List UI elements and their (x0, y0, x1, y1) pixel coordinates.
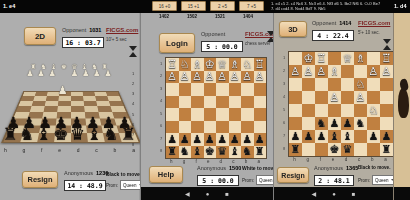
piece-black-rook[interactable]: ♜ (291, 144, 301, 155)
square-f3[interactable] (191, 83, 204, 96)
screen-new-game: Login Opponent 5 : 00.0 FICGS.com chess … (140, 13, 273, 200)
piece-white-pawn[interactable]: ♙ (317, 66, 327, 77)
square-d1[interactable]: ♕ (341, 52, 354, 65)
piece-white-rook[interactable]: ♖ (255, 59, 265, 70)
screen-next-partial (393, 13, 410, 200)
file-label: g (23, 147, 26, 153)
square-b1[interactable] (367, 52, 380, 65)
piece3d-white-pawn[interactable]: ♟ (104, 69, 112, 77)
player-label: Anonymous (197, 165, 226, 171)
promotion-value: Queen (259, 178, 273, 183)
piece-white-knight[interactable]: ♘ (356, 79, 366, 90)
square-c8[interactable] (354, 143, 367, 156)
view-2d-button[interactable]: 2D (24, 27, 56, 45)
piece-black-pawn[interactable]: ♟ (167, 134, 177, 145)
piece-black-bishop[interactable]: ♝ (192, 146, 202, 157)
square-g5[interactable] (302, 104, 315, 117)
piece-white-queen[interactable]: ♕ (343, 53, 353, 64)
square-a8[interactable]: ♜ (254, 146, 267, 159)
piece-black-pawn[interactable]: ♟ (217, 134, 227, 145)
square-g3[interactable] (179, 83, 192, 96)
piece-white-pawn[interactable]: ♙ (255, 71, 265, 82)
square-g2[interactable]: ♙ (302, 65, 315, 78)
view-2d-button-label: 2D (35, 32, 45, 41)
rank-label: 8 (283, 146, 285, 151)
piece-black-pawn[interactable]: ♟ (192, 134, 202, 145)
piece-white-knight[interactable]: ♘ (369, 105, 379, 116)
piece-black-pawn[interactable]: ♟ (330, 118, 340, 129)
piece3d-white-bishop[interactable]: ♝ (81, 63, 87, 70)
ficgs-link[interactable]: FICGS.com (106, 27, 138, 33)
rank-label: 1 (160, 61, 162, 66)
square-d3[interactable] (341, 78, 354, 91)
square-b1[interactable]: ♘ (241, 58, 254, 71)
file-label: c (95, 147, 98, 153)
square-b8[interactable]: ♞ (241, 146, 254, 159)
square-b8[interactable] (367, 143, 380, 156)
square3d-f8[interactable] (37, 133, 55, 142)
square-a5[interactable] (380, 104, 393, 117)
opponent-name-rating: Opponent1414 (312, 20, 351, 26)
square-h8[interactable]: ♜ (166, 146, 179, 159)
square-e3[interactable] (204, 83, 217, 96)
square-c8[interactable]: ♝ (229, 146, 242, 159)
square3d-e7[interactable] (55, 126, 71, 134)
square-a3[interactable] (254, 83, 267, 96)
next-panel-move-list: 1. d4 (394, 3, 407, 9)
square-h2[interactable]: ♙ (166, 71, 179, 84)
piece-black-king[interactable]: ♚ (330, 144, 340, 155)
nav-back-icon[interactable]: ◀ (312, 191, 317, 197)
square-a7[interactable]: ♟ (254, 133, 267, 146)
piece-white-bishop[interactable]: ♗ (192, 59, 202, 70)
piece-black-pawn[interactable]: ♟ (382, 131, 392, 142)
square-h1[interactable]: ♖ (166, 58, 179, 71)
tab-time-control-3[interactable]: 2 +5 (210, 1, 235, 11)
square-c6[interactable]: ♞ (354, 117, 367, 130)
piece-white-pawn[interactable]: ♙ (369, 66, 379, 77)
rank-label: 7 (132, 132, 134, 137)
piece3d-white-rook[interactable]: ♜ (30, 63, 36, 70)
square3d-e8[interactable] (54, 133, 71, 142)
piece-black-knight[interactable]: ♞ (356, 118, 366, 129)
square-e3[interactable] (328, 78, 341, 91)
square-f3[interactable] (315, 78, 328, 91)
square-h7[interactable]: ♟ (289, 130, 302, 143)
piece-black-pawn[interactable]: ♟ (205, 134, 215, 145)
piece-black-pawn[interactable]: ♟ (180, 134, 190, 145)
square-h2[interactable]: ♙ (289, 65, 302, 78)
piece-white-bishop[interactable]: ♗ (230, 59, 240, 70)
piece-white-rook[interactable]: ♖ (382, 53, 392, 64)
square-b2[interactable]: ♙ (241, 71, 254, 84)
square-e1[interactable] (328, 52, 341, 65)
player-rating: 1365 (346, 165, 358, 171)
piece-black-pawn[interactable]: ♟ (304, 131, 314, 142)
square-c7[interactable] (354, 130, 367, 143)
login-button-label: Login (166, 39, 188, 48)
square-g4[interactable] (179, 96, 192, 109)
rating-values-row: 1402 1502 1521 1404 (152, 14, 264, 19)
piece-black-pawn[interactable]: ♟ (369, 131, 379, 142)
square-f2[interactable]: ♙ (315, 65, 328, 78)
nav-recent-icon[interactable]: ■ (225, 191, 229, 197)
square-e6[interactable]: ♟ (328, 117, 341, 130)
opponent-rating: 1414 (339, 20, 351, 26)
square-d4[interactable] (341, 91, 354, 104)
board-rank-labels: 12345678 (281, 51, 287, 155)
square3d-a6[interactable] (114, 118, 131, 125)
player-name-rating: Anonymous1365 (314, 165, 358, 171)
tab-label: 15 +1 (188, 4, 199, 9)
piece-black-rook[interactable]: ♜ (382, 144, 392, 155)
square-f6[interactable] (191, 121, 204, 134)
square-g7[interactable]: ♟ (302, 130, 315, 143)
square-d8[interactable]: ♛ (341, 143, 354, 156)
piece3d-white-rook[interactable]: ♜ (102, 63, 108, 70)
square-g6[interactable] (179, 121, 192, 134)
resign-button[interactable]: Resign (22, 171, 58, 188)
help-button[interactable]: Help (149, 166, 183, 183)
square-f1[interactable]: ♗ (191, 58, 204, 71)
piece-black-pawn[interactable]: ♟ (317, 131, 327, 142)
rank-label: 6 (160, 123, 162, 128)
view-3d-button[interactable]: 3D (279, 21, 307, 37)
promotion-row: Prom: Queen ▼ (358, 175, 397, 185)
board-file-labels: hgfedcba (4, 147, 135, 153)
nav-back-icon[interactable]: ◀ (185, 191, 190, 197)
piece-white-pawn[interactable]: ♙ (382, 66, 392, 77)
square-f2[interactable]: ♙ (191, 71, 204, 84)
piece-white-pawn[interactable]: ♙ (230, 71, 240, 82)
piece-white-pawn[interactable]: ♙ (192, 71, 202, 82)
square-a1[interactable]: ♖ (254, 58, 267, 71)
square-g8[interactable] (302, 143, 315, 156)
square3d-g7[interactable] (23, 126, 41, 134)
rank-label: 8 (160, 148, 162, 153)
chess-board-3d[interactable] (1, 91, 141, 143)
square-f6[interactable]: ♞ (315, 117, 328, 130)
tab-time-control-4[interactable]: 7 +5 (239, 1, 264, 11)
chess-board[interactable]: ♖♘♗♔♕♗♘♖♙♙♙♙♙♙♙♙♟♟♟♟♟♟♟♟♜♞♝♚♛♝♞♜ (165, 57, 267, 159)
rank-label: 4 (283, 94, 285, 99)
square-a4[interactable] (380, 91, 393, 104)
login-button[interactable]: Login (159, 33, 195, 53)
square-a4[interactable] (254, 96, 267, 109)
square-d2[interactable] (341, 65, 354, 78)
square-e5[interactable] (328, 104, 341, 117)
square-h7[interactable]: ♟ (166, 133, 179, 146)
square-c5[interactable] (229, 108, 242, 121)
square-e5[interactable] (204, 108, 217, 121)
file-label: g (183, 159, 186, 164)
square-f7[interactable]: ♟ (315, 130, 328, 143)
piece-white-knight[interactable]: ♘ (242, 59, 252, 70)
square-b6[interactable] (367, 117, 380, 130)
rank-label: 2 (283, 68, 285, 73)
piece-black-rook[interactable]: ♜ (167, 146, 177, 157)
square-d5[interactable] (216, 108, 229, 121)
android-nav-bar: ◀ ● ■ (274, 187, 393, 200)
tab-time-control-1[interactable]: 16 +0 (152, 1, 177, 11)
piece3d-white-pawn[interactable]: ♟ (93, 69, 101, 77)
square-g8[interactable]: ♞ (179, 146, 192, 159)
rating-category-tabs: 16 +0 15 +1 2 +5 7 +5 (152, 1, 264, 11)
square3d-c7[interactable] (86, 126, 103, 134)
square3d-f7[interactable] (39, 126, 56, 134)
square-h6[interactable] (166, 121, 179, 134)
square-d7[interactable]: ♝ (341, 130, 354, 143)
square-h3[interactable] (166, 83, 179, 96)
piece-black-pawn[interactable]: ♟ (343, 118, 353, 129)
square-h5[interactable] (289, 104, 302, 117)
player-rating: 1500 (229, 165, 241, 171)
piece3d-white-king[interactable]: ♚ (61, 63, 67, 70)
piece-white-king[interactable]: ♔ (205, 59, 215, 70)
square-d7[interactable]: ♟ (216, 133, 229, 146)
square-d1[interactable]: ♕ (216, 58, 229, 71)
square-g2[interactable]: ♙ (179, 71, 192, 84)
square-b3[interactable] (367, 78, 380, 91)
square-h3[interactable] (289, 78, 302, 91)
square-e7[interactable]: ♟ (204, 133, 217, 146)
square-d6[interactable]: ♟ (341, 117, 354, 130)
square-f5[interactable] (191, 108, 204, 121)
square3d-c6[interactable] (85, 118, 101, 125)
square3d-e6[interactable] (56, 118, 71, 125)
square-c4[interactable] (229, 96, 242, 109)
square-h5[interactable] (166, 108, 179, 121)
square-a6[interactable] (254, 121, 267, 134)
piece-black-knight[interactable]: ♞ (317, 118, 327, 129)
square-e2[interactable]: ♗ (328, 65, 341, 78)
square-a1[interactable]: ♖ (380, 52, 393, 65)
square-f8[interactable] (315, 143, 328, 156)
square3d-g6[interactable] (25, 118, 42, 125)
square-c6[interactable] (229, 121, 242, 134)
piece-black-bishop[interactable]: ♝ (230, 146, 240, 157)
square3d-d7[interactable] (71, 126, 87, 134)
square3d-a8[interactable] (119, 133, 139, 142)
square-f1[interactable]: ♖ (315, 52, 328, 65)
rank-label: 8 (132, 142, 134, 147)
piece-white-bishop[interactable]: ♗ (356, 53, 366, 64)
piece-black-pawn[interactable]: ♟ (242, 134, 252, 145)
square-c4[interactable]: ♙ (354, 91, 367, 104)
square-h4[interactable] (166, 96, 179, 109)
square-d4[interactable] (216, 96, 229, 109)
square-h1[interactable] (289, 52, 302, 65)
promotion-value: Queen (375, 178, 389, 183)
rank-label: 2 (160, 73, 162, 78)
piece-black-knight[interactable]: ♞ (242, 146, 252, 157)
square-f7[interactable]: ♟ (191, 133, 204, 146)
piece-white-knight[interactable]: ♘ (180, 59, 190, 70)
square-f4[interactable] (315, 91, 328, 104)
promotion-label: Prom: (242, 178, 254, 183)
piece3d-white-knight[interactable]: ♞ (40, 63, 46, 70)
square-b4[interactable] (241, 96, 254, 109)
square-b6[interactable] (241, 121, 254, 134)
chess-board[interactable]: ♔♖♕♗♖♙♙♙♗♙♙♘♙♙♘♞♟♟♞♟♟♟♝♝♟♟♜♚♛♜ (288, 51, 394, 157)
square-a2[interactable]: ♙ (254, 71, 267, 84)
square-g4[interactable] (302, 91, 315, 104)
square3d-d8[interactable] (71, 133, 88, 142)
move-list-line-2: 7. d4 cxd4 8. Nxd4 Bd7 9. Nb5 (271, 6, 391, 11)
piece3d-white-pawn[interactable]: ♟ (82, 69, 90, 77)
nav-recent-icon[interactable]: ■ (352, 191, 356, 197)
square-c5[interactable] (354, 104, 367, 117)
square3d-g8[interactable] (20, 133, 39, 142)
square-g1[interactable]: ♘ (179, 58, 192, 71)
square-e4[interactable] (204, 96, 217, 109)
piece3d-white-knight[interactable]: ♞ (91, 63, 97, 70)
piece-black-bishop[interactable]: ♝ (330, 131, 340, 142)
square-e4[interactable]: ♙ (328, 91, 341, 104)
file-label: g (307, 157, 310, 162)
square-h6[interactable] (289, 117, 302, 130)
piece-white-pawn[interactable]: ♙ (304, 66, 314, 77)
piece-black-pawn[interactable]: ♟ (255, 134, 265, 145)
file-label: e (58, 147, 61, 153)
piece-white-queen[interactable]: ♕ (217, 59, 227, 70)
square-h8[interactable]: ♜ (289, 143, 302, 156)
piece3d-white-pawn[interactable]: ♟ (37, 69, 45, 77)
square3d-d6[interactable] (71, 118, 86, 125)
square-g5[interactable] (179, 108, 192, 121)
nav-home-icon[interactable]: ● (332, 191, 336, 197)
piece-black-queen[interactable]: ♛ (217, 146, 227, 157)
square-a6[interactable] (380, 117, 393, 130)
ficgs-link[interactable]: FICGS.com (358, 20, 390, 26)
piece-black-rook[interactable]: ♜ (255, 146, 265, 157)
piece-black-king[interactable]: ♚ (205, 146, 215, 157)
square-c3[interactable] (229, 83, 242, 96)
piece-white-bishop[interactable]: ♗ (330, 66, 340, 77)
player-clock: 2 : 48.1 (314, 175, 354, 186)
square-h4[interactable] (289, 91, 302, 104)
file-label: d (345, 157, 348, 162)
tab-label: 7 +5 (247, 4, 256, 9)
piece3d-white-pawn[interactable]: ♟ (49, 69, 57, 77)
square-f5[interactable] (315, 104, 328, 117)
piece-white-pawn[interactable]: ♙ (330, 92, 340, 103)
square-b2[interactable]: ♙ (367, 65, 380, 78)
square-c2[interactable] (354, 65, 367, 78)
square-d5[interactable] (341, 104, 354, 117)
piece-white-rook[interactable]: ♖ (317, 53, 327, 64)
rank-label: 3 (132, 91, 134, 96)
rating-value-2: 1502 (180, 14, 204, 19)
square-g6[interactable] (302, 117, 315, 130)
piece3d-white-bishop[interactable]: ♝ (51, 63, 57, 70)
file-label: f (320, 157, 321, 162)
square-c3[interactable]: ♘ (354, 78, 367, 91)
piece-white-pawn[interactable]: ♙ (242, 71, 252, 82)
square-f4[interactable] (191, 96, 204, 109)
square-d2[interactable]: ♙ (216, 71, 229, 84)
square-c7[interactable]: ♟ (229, 133, 242, 146)
square-f8[interactable]: ♝ (191, 146, 204, 159)
square-g7[interactable]: ♟ (179, 133, 192, 146)
square-e7[interactable]: ♝ (328, 130, 341, 143)
piece-white-king[interactable]: ♔ (304, 53, 314, 64)
hourglass-icon (383, 39, 391, 50)
square-e8[interactable]: ♚ (328, 143, 341, 156)
square-a8[interactable]: ♜ (380, 143, 393, 156)
square-c1[interactable]: ♗ (354, 52, 367, 65)
piece-white-pawn[interactable]: ♙ (356, 92, 366, 103)
file-label: b (371, 157, 374, 162)
top-move-bar: 1. e4 16 +0 15 +1 2 +5 7 +5 1. e4 c5 2. … (0, 0, 410, 13)
piece-black-knight[interactable]: ♞ (180, 146, 190, 157)
square-d3[interactable] (216, 83, 229, 96)
piece-white-pawn[interactable]: ♙ (291, 66, 301, 77)
square-b7[interactable]: ♟ (367, 130, 380, 143)
square-b3[interactable] (241, 83, 254, 96)
square-a5[interactable] (254, 108, 267, 121)
piece-black-pawn[interactable]: ♟ (291, 131, 301, 142)
square-g3[interactable] (302, 78, 315, 91)
square-b4[interactable] (367, 91, 380, 104)
square-e8[interactable]: ♚ (204, 146, 217, 159)
square-e6[interactable] (204, 121, 217, 134)
promotion-label: Prom: (358, 178, 370, 183)
resign-button-label: Resign (27, 175, 52, 184)
resign-button-label: Resign (281, 172, 304, 179)
piece-black-queen[interactable]: ♛ (343, 144, 353, 155)
square-b7[interactable]: ♟ (241, 133, 254, 146)
square-a7[interactable]: ♟ (380, 130, 393, 143)
square-c2[interactable]: ♙ (229, 71, 242, 84)
square-e2[interactable]: ♙ (204, 71, 217, 84)
tab-label: 2 +5 (218, 4, 227, 9)
square-a3[interactable] (380, 78, 393, 91)
square-e1[interactable]: ♔ (204, 58, 217, 71)
square-b5[interactable]: ♘ (367, 104, 380, 117)
rank-label: 6 (283, 120, 285, 125)
square-d8[interactable]: ♛ (216, 146, 229, 159)
piece3d-white-pawn[interactable]: ♟ (71, 69, 79, 77)
piece3d-white-pawn[interactable]: ♟ (26, 69, 34, 77)
square-b5[interactable] (241, 108, 254, 121)
piece-white-rook[interactable]: ♖ (167, 59, 177, 70)
opponent-label: Opponent (62, 27, 86, 33)
file-label: c (358, 157, 360, 162)
nav-home-icon[interactable]: ● (206, 191, 210, 197)
opponent-clock: 16 : 03.7 (62, 37, 104, 48)
square3d-c8[interactable] (87, 133, 105, 142)
square3d-f6[interactable] (41, 118, 57, 125)
piece-white-pawn[interactable]: ♙ (180, 71, 190, 82)
file-label: d (220, 159, 223, 164)
piece-black-bishop[interactable]: ♝ (343, 131, 353, 142)
piece-black-pawn[interactable]: ♟ (230, 134, 240, 145)
square-d6[interactable] (216, 121, 229, 134)
piece-white-pawn[interactable]: ♙ (167, 71, 177, 82)
piece-white-pawn[interactable]: ♙ (205, 71, 215, 82)
file-label: c (232, 159, 234, 164)
file-label: d (77, 147, 80, 153)
piece-white-pawn[interactable]: ♙ (217, 71, 227, 82)
tab-time-control-2[interactable]: 15 +1 (181, 1, 206, 11)
hourglass-icon (129, 46, 137, 57)
square-c1[interactable]: ♗ (229, 58, 242, 71)
square-g1[interactable]: ♔ (302, 52, 315, 65)
piece3d-white-queen[interactable]: ♛ (71, 63, 77, 70)
square-a2[interactable]: ♙ (380, 65, 393, 78)
resign-button[interactable]: Resign (277, 167, 309, 183)
